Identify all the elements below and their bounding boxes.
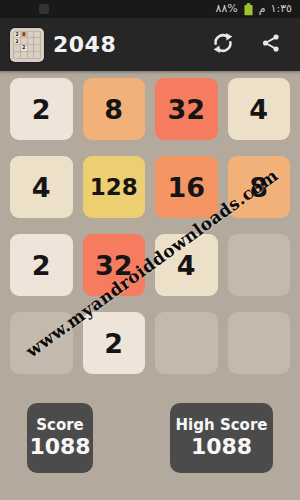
tile-2: 2: [10, 78, 73, 140]
share-button[interactable]: [260, 32, 282, 57]
mini-empty-cell: [28, 45, 34, 51]
mini-empty-cell: [14, 45, 20, 51]
empty-cell: [155, 312, 218, 374]
tile-4: 4: [10, 156, 73, 218]
board-grid[interactable]: 28324412816823242: [0, 78, 300, 374]
app-title: 2048: [53, 32, 116, 57]
score-value: 1088: [29, 435, 90, 459]
high-score-value: 1088: [191, 435, 252, 459]
mini-empty-cell: [34, 38, 40, 44]
status-bar: ٨٨% م ١:٣٥: [0, 0, 300, 18]
notification-icon: [39, 4, 49, 14]
mini-empty-cell: [21, 38, 27, 44]
tile-32: 32: [83, 234, 146, 296]
score-label: Score: [36, 417, 84, 434]
screen: ٨٨% م ١:٣٥ 2822 2048: [0, 0, 300, 500]
mini-empty-cell: [21, 52, 27, 58]
share-icon: [260, 32, 282, 57]
tile-2: 2: [83, 312, 146, 374]
mini-empty-cell: [14, 52, 20, 58]
tile-4: 4: [155, 234, 218, 296]
mini-empty-cell: [28, 52, 34, 58]
tile-8: 8: [83, 78, 146, 140]
high-score-label: High Score: [176, 417, 268, 434]
tile-32: 32: [155, 78, 218, 140]
score-box: Score 1088: [27, 403, 93, 473]
mini-empty-cell: [34, 52, 40, 58]
refresh-icon: [210, 30, 236, 59]
appbar-actions: [210, 30, 290, 59]
app-icon: 2822: [10, 28, 44, 62]
clock-time: ١:٣٥: [271, 0, 292, 18]
mini-tile-8: 8: [21, 32, 27, 38]
tile-16: 16: [155, 156, 218, 218]
mini-empty-cell: [34, 45, 40, 51]
battery-percent: ٨٨%: [215, 0, 237, 18]
mini-empty-cell: [28, 38, 34, 44]
battery-icon: [244, 3, 253, 16]
mini-empty-cell: [28, 32, 34, 38]
empty-cell: [228, 234, 291, 296]
empty-cell: [228, 312, 291, 374]
high-score-box: High Score 1088: [170, 403, 273, 473]
mini-empty-cell: [34, 32, 40, 38]
tile-8: 8: [228, 156, 291, 218]
score-row: Score 1088 High Score 1088: [0, 403, 300, 473]
mini-tile-2: 2: [14, 32, 20, 38]
tile-128: 128: [83, 156, 146, 218]
mini-tile-2: 2: [21, 45, 27, 51]
refresh-button[interactable]: [210, 30, 236, 59]
clock-meridiem: م: [259, 0, 266, 18]
empty-cell: [10, 312, 73, 374]
tile-4: 4: [228, 78, 291, 140]
tile-2: 2: [10, 234, 73, 296]
app-bar: 2822 2048: [0, 18, 300, 71]
app-icon-grid: 2822: [13, 31, 41, 59]
mini-tile-2: 2: [14, 38, 20, 44]
